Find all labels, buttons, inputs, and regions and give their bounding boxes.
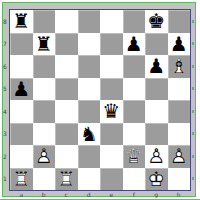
frame-tick-marks [192,10,196,190]
rank-label: 8 [1,10,9,33]
square-a8[interactable]: ♜ [10,10,33,33]
square-d8[interactable] [78,10,101,33]
square-g2[interactable]: ♟♙ [145,145,168,168]
square-a1[interactable]: ♜♖ [10,168,33,191]
square-d6[interactable] [78,55,101,78]
piece-white-rook[interactable]: ♜♖ [55,168,78,191]
square-c5[interactable] [55,78,78,101]
square-b7[interactable]: ♜ [33,33,56,56]
square-h3[interactable] [168,123,191,146]
frame-tick [192,145,196,168]
file-coordinates: abcdefgh [10,191,190,199]
square-g5[interactable] [145,78,168,101]
frame-tick [192,100,196,123]
square-h8[interactable] [168,10,191,33]
square-c6[interactable] [55,55,78,78]
square-h1[interactable] [168,168,191,191]
frame-tick [192,78,196,101]
square-h7[interactable]: ♟ [168,33,191,56]
square-e4[interactable]: ♛ [100,100,123,123]
piece-black-pawn[interactable]: ♟ [123,33,146,56]
square-a3[interactable] [10,123,33,146]
piece-white-pawn[interactable]: ♟♙ [145,145,168,168]
file-label: a [10,191,33,199]
square-g1[interactable]: ♚♔ [145,168,168,191]
piece-black-rook[interactable]: ♜ [10,10,33,33]
rank-label: 7 [1,33,9,56]
square-f1[interactable] [123,168,146,191]
square-b8[interactable] [33,10,56,33]
square-d5[interactable] [78,78,101,101]
square-b5[interactable] [33,78,56,101]
piece-black-queen[interactable]: ♛ [100,100,123,123]
file-label: f [123,191,146,199]
frame-tick [192,168,196,191]
file-label: e [100,191,123,199]
piece-white-pawn[interactable]: ♟♙ [168,145,191,168]
frame-tick [192,33,196,56]
square-e6[interactable] [100,55,123,78]
square-c3[interactable] [55,123,78,146]
square-e7[interactable] [100,33,123,56]
square-f4[interactable] [123,100,146,123]
square-g7[interactable] [145,33,168,56]
file-label: g [145,191,168,199]
piece-white-rook[interactable]: ♜♖ [10,168,33,191]
frame-tick [192,10,196,33]
square-a6[interactable] [10,55,33,78]
square-a2[interactable] [10,145,33,168]
chess-board-window: 87654321 abcdefgh ♜♚♜♟♟♟♝♗♟♛♞♟♙♛♕♟♙♟♙♜♖♜… [0,0,200,200]
square-c2[interactable] [55,145,78,168]
square-a4[interactable] [10,100,33,123]
square-b2[interactable]: ♟♙ [33,145,56,168]
square-f7[interactable]: ♟ [123,33,146,56]
piece-white-king[interactable]: ♚♔ [145,168,168,191]
piece-black-pawn[interactable]: ♟ [168,33,191,56]
piece-white-bishop[interactable]: ♝♗ [168,55,191,78]
square-d1[interactable] [78,168,101,191]
square-c4[interactable] [55,100,78,123]
square-e5[interactable] [100,78,123,101]
square-g8[interactable]: ♚ [145,10,168,33]
rank-label: 1 [1,168,9,191]
file-label: c [55,191,78,199]
square-f3[interactable] [123,123,146,146]
square-b3[interactable] [33,123,56,146]
piece-white-pawn[interactable]: ♟♙ [33,145,56,168]
frame-tick [192,123,196,146]
frame-tick [192,55,196,78]
square-b6[interactable] [33,55,56,78]
piece-black-pawn[interactable]: ♟ [10,78,33,101]
square-c7[interactable] [55,33,78,56]
square-d4[interactable] [78,100,101,123]
rank-label: 5 [1,78,9,101]
square-e1[interactable] [100,168,123,191]
rank-label: 6 [1,55,9,78]
square-a5[interactable]: ♟ [10,78,33,101]
square-f2[interactable]: ♛♕ [123,145,146,168]
square-h5[interactable] [168,78,191,101]
square-e3[interactable] [100,123,123,146]
square-d7[interactable] [78,33,101,56]
square-a7[interactable] [10,33,33,56]
square-f5[interactable] [123,78,146,101]
square-b4[interactable] [33,100,56,123]
square-h4[interactable] [168,100,191,123]
square-b1[interactable] [33,168,56,191]
square-f6[interactable] [123,55,146,78]
square-e2[interactable] [100,145,123,168]
square-g6[interactable]: ♟ [145,55,168,78]
square-g4[interactable] [145,100,168,123]
piece-black-king[interactable]: ♚ [145,10,168,33]
piece-black-knight[interactable]: ♞ [78,123,101,146]
piece-black-rook[interactable]: ♜ [33,33,56,56]
file-label: d [78,191,101,199]
file-label: b [33,191,56,199]
square-h6[interactable]: ♝♗ [168,55,191,78]
rank-label: 2 [1,145,9,168]
chess-board[interactable]: ♜♚♜♟♟♟♝♗♟♛♞♟♙♛♕♟♙♟♙♜♖♜♖♚♔ [9,9,191,191]
rank-coordinates: 87654321 [1,10,9,190]
square-d3[interactable]: ♞ [78,123,101,146]
square-c1[interactable]: ♜♖ [55,168,78,191]
square-h2[interactable]: ♟♙ [168,145,191,168]
square-g3[interactable] [145,123,168,146]
square-c8[interactable] [55,10,78,33]
rank-label: 4 [1,100,9,123]
file-label: h [168,191,191,199]
square-d2[interactable] [78,145,101,168]
rank-label: 3 [1,123,9,146]
square-e8[interactable] [100,10,123,33]
piece-white-queen[interactable]: ♛♕ [123,145,146,168]
square-f8[interactable] [123,10,146,33]
piece-black-pawn[interactable]: ♟ [145,55,168,78]
